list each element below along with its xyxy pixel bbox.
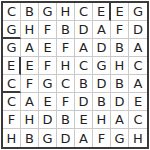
grid-cell-r6c2[interactable]: A [21,93,39,111]
grid-cell-r2c8[interactable]: D [129,21,147,39]
grid-cell-r1c1[interactable]: C [3,3,21,21]
grid-cell-r8c8[interactable]: H [129,129,147,147]
grid-cell-r6c8[interactable]: E [129,93,147,111]
grid-cell-r6c4[interactable]: F [57,93,75,111]
grid-cell-r2c2[interactable]: H [21,21,39,39]
letter-grid-board: CBGHCEEGGHFBDAFDGAEFADBAEEFHCGHCCFGCBDBA… [1,1,149,149]
grid-cell-r4c6[interactable]: G [93,57,111,75]
grid-cell-r5c1[interactable]: C [3,75,21,93]
grid-cell-r7c4[interactable]: B [57,111,75,129]
grid-cell-r1c7[interactable]: E [111,3,129,21]
grid-cell-r1c8[interactable]: G [129,3,147,21]
grid-cell-r6c1[interactable]: C [3,93,21,111]
grid-cell-r1c5[interactable]: C [75,3,93,21]
grid-cell-r7c8[interactable]: C [129,111,147,129]
grid-cell-r2c4[interactable]: B [57,21,75,39]
grid-cell-r5c2[interactable]: F [21,75,39,93]
grid-cell-r8c1[interactable]: H [3,129,21,147]
grid-cell-r6c6[interactable]: B [93,93,111,111]
grid-cell-r4c4[interactable]: H [57,57,75,75]
grid-cell-r2c6[interactable]: A [93,21,111,39]
grid-cell-r5c4[interactable]: C [57,75,75,93]
puzzle-canvas: CBGHCEEGGHFBDAFDGAEFADBAEEFHCGHCCFGCBDBA… [0,0,150,150]
grid-cell-r7c7[interactable]: A [111,111,129,129]
grid-cell-r6c7[interactable]: D [111,93,129,111]
grid-cell-r2c3[interactable]: F [39,21,57,39]
grid-cell-r8c2[interactable]: B [21,129,39,147]
grid-cell-r5c5[interactable]: B [75,75,93,93]
grid-cell-r3c4[interactable]: F [57,39,75,57]
grid-cell-r5c3[interactable]: G [39,75,57,93]
grid-cell-r8c7[interactable]: G [111,129,129,147]
grid-cell-r3c2[interactable]: A [21,39,39,57]
grid-cell-r3c8[interactable]: A [129,39,147,57]
grid-cell-r2c7[interactable]: F [111,21,129,39]
grid-cell-r1c2[interactable]: B [21,3,39,21]
grid-cell-r4c2[interactable]: E [21,57,39,75]
grid-cell-r6c3[interactable]: E [39,93,57,111]
grid-cell-r3c1[interactable]: G [3,39,21,57]
grid-cell-r3c3[interactable]: E [39,39,57,57]
grid-cell-r2c5[interactable]: D [75,21,93,39]
grid-cell-r1c6[interactable]: E [93,3,111,21]
grid-cell-r5c8[interactable]: A [129,75,147,93]
grid-cell-r1c3[interactable]: G [39,3,57,21]
grid-cell-r7c2[interactable]: H [21,111,39,129]
grid-cell-r4c7[interactable]: H [111,57,129,75]
grid-cell-r2c1[interactable]: G [3,21,21,39]
grid-cell-r3c6[interactable]: D [93,39,111,57]
grid-cell-r3c7[interactable]: B [111,39,129,57]
grid-cell-r7c5[interactable]: E [75,111,93,129]
grid-cell-r5c6[interactable]: D [93,75,111,93]
grid-cell-r6c5[interactable]: D [75,93,93,111]
grid-cell-r1c4[interactable]: H [57,3,75,21]
grid-cell-r5c7[interactable]: B [111,75,129,93]
grid-cell-r4c1[interactable]: E [3,57,21,75]
grid-cell-r7c6[interactable]: H [93,111,111,129]
grid-cell-r7c3[interactable]: D [39,111,57,129]
grid-cell-r7c1[interactable]: F [3,111,21,129]
grid-cell-r4c5[interactable]: C [75,57,93,75]
grid-cell-r8c5[interactable]: A [75,129,93,147]
grid-cell-r8c3[interactable]: G [39,129,57,147]
grid-cell-r4c3[interactable]: F [39,57,57,75]
grid-cell-r8c6[interactable]: F [93,129,111,147]
grid-cell-r3c5[interactable]: A [75,39,93,57]
grid-cell-r4c8[interactable]: C [129,57,147,75]
grid-cell-r8c4[interactable]: D [57,129,75,147]
